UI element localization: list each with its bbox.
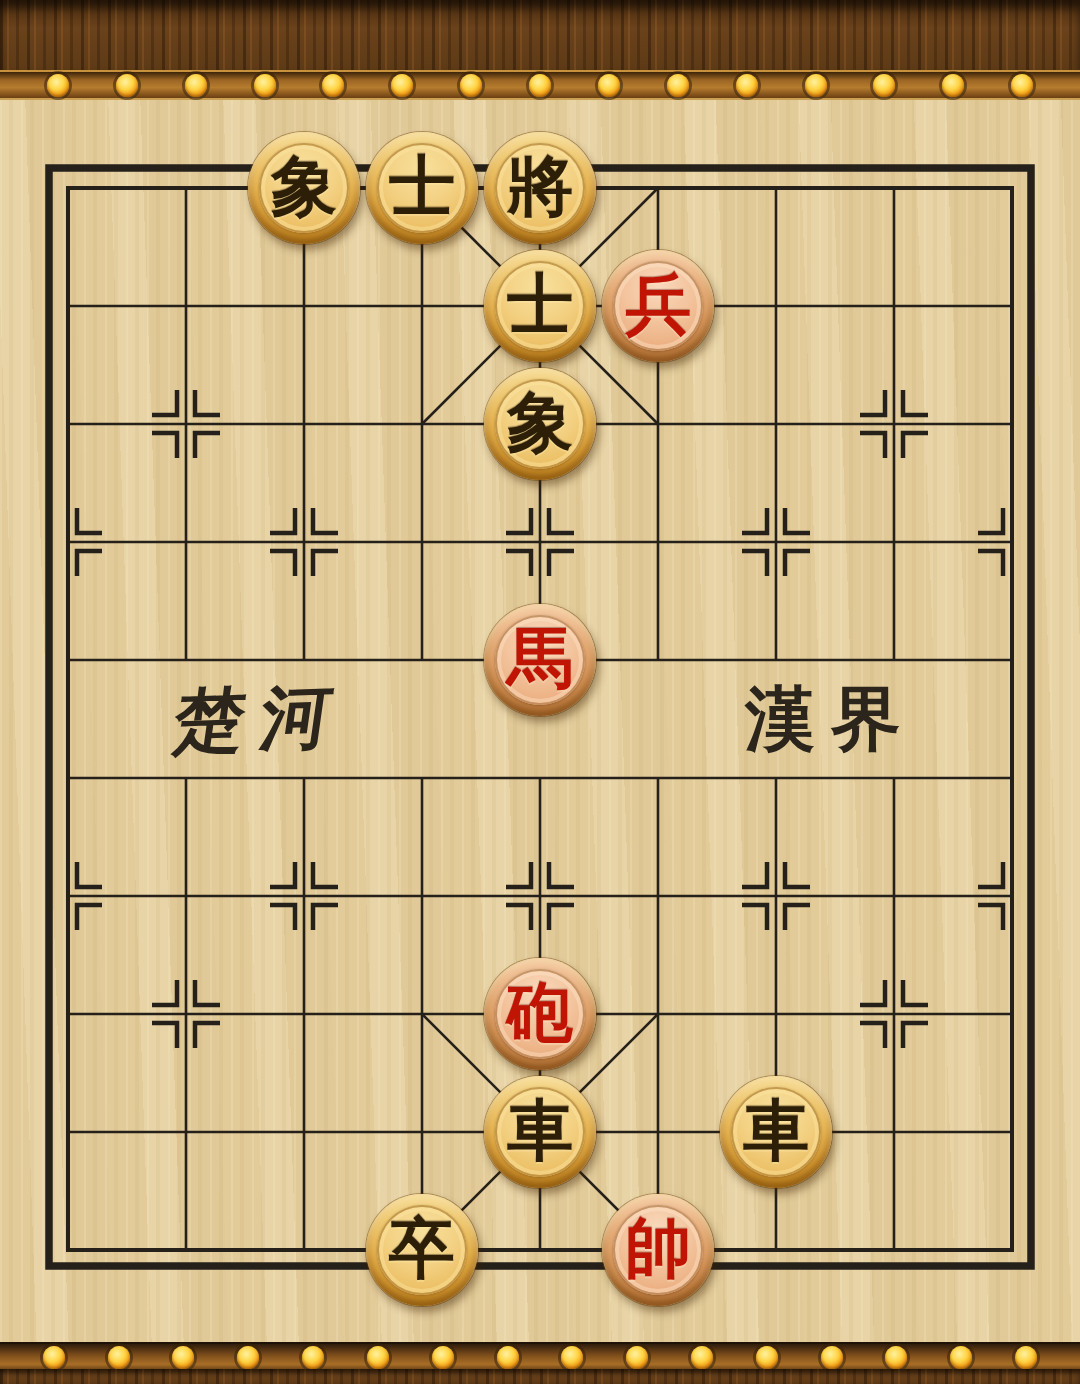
piece-red-cannon[interactable]: 砲 [484, 958, 596, 1070]
piece-black-advisor[interactable]: 士 [366, 132, 478, 244]
piece-character: 象 [507, 389, 573, 455]
piece-character: 車 [743, 1097, 809, 1163]
pieces-layer: 象士將士兵象馬砲車車卒帥 [9, 129, 1071, 1309]
piece-character: 兵 [625, 271, 691, 337]
piece-black-chariot[interactable]: 車 [720, 1076, 832, 1188]
piece-character: 馬 [507, 625, 573, 691]
xiangqi-board-screen: 楚河 漢界 象士將士兵象馬砲車車卒帥 [0, 0, 1080, 1384]
piece-red-horse[interactable]: 馬 [484, 604, 596, 716]
piece-black-advisor[interactable]: 士 [484, 250, 596, 362]
piece-character: 卒 [389, 1215, 455, 1281]
piece-character: 砲 [507, 979, 573, 1045]
piece-black-chariot[interactable]: 車 [484, 1076, 596, 1188]
piece-red-general[interactable]: 帥 [602, 1194, 714, 1306]
piece-character: 象 [271, 153, 337, 219]
piece-character: 將 [507, 153, 573, 219]
piece-black-soldier[interactable]: 卒 [366, 1194, 478, 1306]
piece-character: 帥 [625, 1215, 691, 1281]
piece-character: 士 [507, 271, 573, 337]
piece-black-general[interactable]: 將 [484, 132, 596, 244]
piece-black-elephant[interactable]: 象 [484, 368, 596, 480]
piece-black-elephant[interactable]: 象 [248, 132, 360, 244]
piece-character: 士 [389, 153, 455, 219]
piece-red-soldier[interactable]: 兵 [602, 250, 714, 362]
piece-character: 車 [507, 1097, 573, 1163]
